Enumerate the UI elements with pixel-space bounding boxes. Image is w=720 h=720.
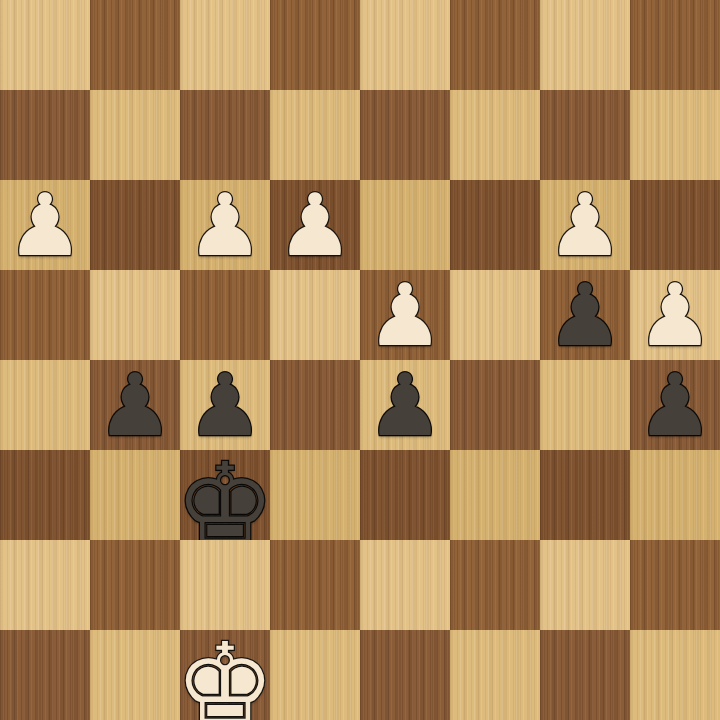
- square-d8[interactable]: [270, 0, 360, 90]
- square-a8[interactable]: [0, 0, 90, 90]
- square-h5[interactable]: ♟: [630, 270, 720, 360]
- square-c7[interactable]: [180, 90, 270, 180]
- square-c3[interactable]: ♚: [180, 450, 270, 540]
- square-h2[interactable]: [630, 540, 720, 630]
- piece-black-pawn[interactable]: ♟: [636, 362, 713, 448]
- square-c6[interactable]: ♟: [180, 180, 270, 270]
- square-g1[interactable]: [540, 630, 630, 720]
- square-h4[interactable]: ♟: [630, 360, 720, 450]
- piece-white-king[interactable]: ♚: [180, 630, 270, 720]
- square-b5[interactable]: [90, 270, 180, 360]
- square-c8[interactable]: [180, 0, 270, 90]
- piece-white-pawn[interactable]: ♟: [6, 182, 83, 268]
- square-g8[interactable]: [540, 0, 630, 90]
- square-b1[interactable]: [90, 630, 180, 720]
- square-h8[interactable]: [630, 0, 720, 90]
- piece-white-pawn[interactable]: ♟: [636, 272, 713, 358]
- square-d2[interactable]: [270, 540, 360, 630]
- square-b6[interactable]: [90, 180, 180, 270]
- square-f1[interactable]: [450, 630, 540, 720]
- square-a1[interactable]: [0, 630, 90, 720]
- chess-board: ♟♟♟♟♟♟♟♟♟♟♟♚♚: [0, 0, 720, 720]
- square-h7[interactable]: [630, 90, 720, 180]
- square-g3[interactable]: [540, 450, 630, 540]
- square-g2[interactable]: [540, 540, 630, 630]
- square-d7[interactable]: [270, 90, 360, 180]
- square-f6[interactable]: [450, 180, 540, 270]
- square-f4[interactable]: [450, 360, 540, 450]
- square-f3[interactable]: [450, 450, 540, 540]
- square-b7[interactable]: [90, 90, 180, 180]
- square-f2[interactable]: [450, 540, 540, 630]
- piece-white-pawn[interactable]: ♟: [546, 182, 623, 268]
- square-e5[interactable]: ♟: [360, 270, 450, 360]
- square-a7[interactable]: [0, 90, 90, 180]
- square-f5[interactable]: [450, 270, 540, 360]
- square-g7[interactable]: [540, 90, 630, 180]
- square-e2[interactable]: [360, 540, 450, 630]
- square-d6[interactable]: ♟: [270, 180, 360, 270]
- square-d4[interactable]: [270, 360, 360, 450]
- piece-black-pawn[interactable]: ♟: [186, 362, 263, 448]
- square-b4[interactable]: ♟: [90, 360, 180, 450]
- piece-black-king[interactable]: ♚: [180, 450, 270, 540]
- square-e6[interactable]: [360, 180, 450, 270]
- square-d5[interactable]: [270, 270, 360, 360]
- square-a4[interactable]: [0, 360, 90, 450]
- square-e8[interactable]: [360, 0, 450, 90]
- square-b3[interactable]: [90, 450, 180, 540]
- square-b2[interactable]: [90, 540, 180, 630]
- square-c1[interactable]: ♚: [180, 630, 270, 720]
- square-e4[interactable]: ♟: [360, 360, 450, 450]
- square-e1[interactable]: [360, 630, 450, 720]
- square-f8[interactable]: [450, 0, 540, 90]
- square-e7[interactable]: [360, 90, 450, 180]
- piece-black-pawn[interactable]: ♟: [546, 272, 623, 358]
- square-d1[interactable]: [270, 630, 360, 720]
- square-d3[interactable]: [270, 450, 360, 540]
- square-c4[interactable]: ♟: [180, 360, 270, 450]
- square-f7[interactable]: [450, 90, 540, 180]
- square-g5[interactable]: ♟: [540, 270, 630, 360]
- piece-white-pawn[interactable]: ♟: [366, 272, 443, 358]
- square-h6[interactable]: [630, 180, 720, 270]
- square-b8[interactable]: [90, 0, 180, 90]
- piece-black-pawn[interactable]: ♟: [96, 362, 173, 448]
- square-c2[interactable]: [180, 540, 270, 630]
- piece-black-pawn[interactable]: ♟: [366, 362, 443, 448]
- square-c5[interactable]: [180, 270, 270, 360]
- square-h3[interactable]: [630, 450, 720, 540]
- square-h1[interactable]: [630, 630, 720, 720]
- square-a3[interactable]: [0, 450, 90, 540]
- square-a2[interactable]: [0, 540, 90, 630]
- square-a6[interactable]: ♟: [0, 180, 90, 270]
- square-g4[interactable]: [540, 360, 630, 450]
- piece-white-pawn[interactable]: ♟: [276, 182, 353, 268]
- square-e3[interactable]: [360, 450, 450, 540]
- square-a5[interactable]: [0, 270, 90, 360]
- square-g6[interactable]: ♟: [540, 180, 630, 270]
- piece-white-pawn[interactable]: ♟: [186, 182, 263, 268]
